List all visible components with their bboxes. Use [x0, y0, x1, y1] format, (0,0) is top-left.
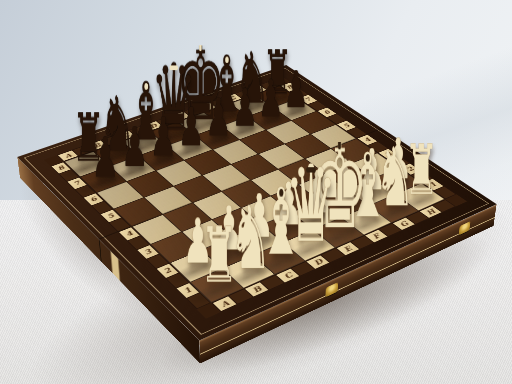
finial-accent [225, 56, 229, 62]
black-pawn[interactable]: ♟ [121, 125, 148, 169]
black-pawn[interactable]: ♟ [91, 136, 119, 181]
white-rook[interactable]: ♜ [200, 225, 238, 287]
finial-accent [144, 83, 148, 90]
finial-accent [279, 189, 283, 197]
black-pawn[interactable]: ♟ [258, 78, 284, 119]
finial-accent [338, 140, 341, 150]
fold-seam-side [99, 239, 102, 262]
brass-clasp-icon [459, 221, 471, 235]
black-pawn[interactable]: ♟ [205, 96, 231, 139]
finial-accent [306, 168, 316, 173]
finial-accent [199, 43, 202, 51]
photo-scene: ABCDEFGH 87654321 ♜♞♝♛♚♝♞♜♟♟♟♟♟♟♟♟♟♟♟♟♟♟… [0, 0, 512, 384]
black-pawn[interactable]: ♟ [283, 69, 308, 110]
brass-clasp-icon [326, 282, 339, 297]
black-pawn[interactable]: ♟ [178, 106, 205, 149]
black-pawn[interactable]: ♟ [150, 115, 177, 159]
finial-accent [169, 66, 177, 71]
black-pawn[interactable]: ♟ [232, 87, 258, 129]
